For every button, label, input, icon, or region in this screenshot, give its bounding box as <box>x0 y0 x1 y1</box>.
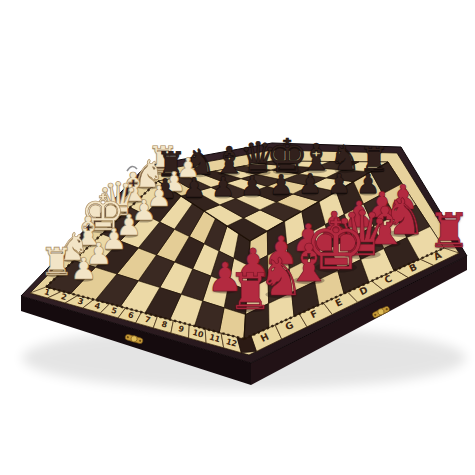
black-pawn-piece[interactable]: ♟ <box>181 174 208 201</box>
black-pawn-piece[interactable]: ♟ <box>268 171 295 198</box>
red-rook-piece[interactable]: ♜ <box>425 206 473 254</box>
black-pawn-piece[interactable]: ♟ <box>239 172 266 199</box>
red-rook-piece[interactable]: ♜ <box>225 267 275 317</box>
product-photo: 123456789101112HGFEDCBA ♝♞♜♚♛♜♝♞♜♟♞♟♟♟♟♟… <box>0 0 475 475</box>
white-pawn-piece[interactable]: ♟ <box>69 254 99 284</box>
black-pawn-piece[interactable]: ♟ <box>210 173 237 200</box>
black-pawn-piece[interactable]: ♟ <box>297 170 324 197</box>
